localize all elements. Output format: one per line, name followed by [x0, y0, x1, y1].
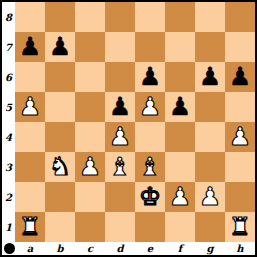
square-g2[interactable]: ♟ — [195, 182, 225, 212]
chess-board: ♟♟♟♟♟♟♟♟♟♟♟♞♟♝♝♚♟♟♜♜ — [15, 2, 255, 242]
square-h5[interactable] — [225, 92, 255, 122]
square-b1[interactable] — [45, 212, 75, 242]
piece-white-bishop: ♝ — [139, 152, 161, 182]
file-label-d: d — [105, 242, 135, 255]
square-a3[interactable] — [15, 152, 45, 182]
square-f7[interactable] — [165, 32, 195, 62]
square-d6[interactable] — [105, 62, 135, 92]
rank-labels: 87654321 — [2, 2, 15, 242]
piece-white-pawn: ♟ — [139, 92, 161, 122]
square-e1[interactable] — [135, 212, 165, 242]
file-label-g: g — [195, 242, 225, 255]
square-f4[interactable] — [165, 122, 195, 152]
square-h7[interactable] — [225, 32, 255, 62]
file-label-a: a — [15, 242, 45, 255]
square-f1[interactable] — [165, 212, 195, 242]
square-c3[interactable]: ♟ — [75, 152, 105, 182]
square-c7[interactable] — [75, 32, 105, 62]
square-e3[interactable]: ♝ — [135, 152, 165, 182]
piece-black-pawn: ♟ — [19, 32, 41, 62]
rank-label-3: 3 — [2, 152, 15, 182]
piece-black-pawn: ♟ — [109, 92, 131, 122]
square-c2[interactable] — [75, 182, 105, 212]
square-d7[interactable] — [105, 32, 135, 62]
square-d3[interactable]: ♝ — [105, 152, 135, 182]
square-d5[interactable]: ♟ — [105, 92, 135, 122]
piece-black-pawn: ♟ — [169, 92, 191, 122]
piece-white-pawn: ♟ — [199, 182, 221, 212]
square-h3[interactable] — [225, 152, 255, 182]
square-a6[interactable] — [15, 62, 45, 92]
square-b7[interactable]: ♟ — [45, 32, 75, 62]
square-f5[interactable]: ♟ — [165, 92, 195, 122]
square-c1[interactable] — [75, 212, 105, 242]
square-e8[interactable] — [135, 2, 165, 32]
square-b4[interactable] — [45, 122, 75, 152]
square-a7[interactable]: ♟ — [15, 32, 45, 62]
piece-white-bishop: ♝ — [109, 152, 131, 182]
piece-black-pawn: ♟ — [49, 32, 71, 62]
piece-white-pawn: ♟ — [109, 122, 131, 152]
square-g6[interactable]: ♟ — [195, 62, 225, 92]
square-d2[interactable] — [105, 182, 135, 212]
square-g3[interactable] — [195, 152, 225, 182]
rank-label-8: 8 — [2, 2, 15, 32]
rank-label-1: 1 — [2, 212, 15, 242]
square-a1[interactable]: ♜ — [15, 212, 45, 242]
piece-black-pawn: ♟ — [139, 62, 161, 92]
square-a5[interactable]: ♟ — [15, 92, 45, 122]
piece-white-rook: ♜ — [19, 212, 41, 242]
file-label-b: b — [45, 242, 75, 255]
piece-white-pawn: ♟ — [169, 182, 191, 212]
square-e6[interactable]: ♟ — [135, 62, 165, 92]
black-to-move-indicator — [4, 243, 15, 254]
square-c5[interactable] — [75, 92, 105, 122]
square-h8[interactable] — [225, 2, 255, 32]
piece-white-pawn: ♟ — [229, 122, 251, 152]
rank-label-6: 6 — [2, 62, 15, 92]
square-g8[interactable] — [195, 2, 225, 32]
square-g7[interactable] — [195, 32, 225, 62]
square-f3[interactable] — [165, 152, 195, 182]
chess-diagram: 87654321 ♟♟♟♟♟♟♟♟♟♟♟♞♟♝♝♚♟♟♜♜ abcdefgh — [0, 0, 257, 257]
square-b6[interactable] — [45, 62, 75, 92]
piece-black-pawn: ♟ — [229, 62, 251, 92]
square-g5[interactable] — [195, 92, 225, 122]
piece-white-king: ♚ — [139, 182, 161, 212]
rank-label-7: 7 — [2, 32, 15, 62]
piece-black-pawn: ♟ — [199, 62, 221, 92]
square-f8[interactable] — [165, 2, 195, 32]
square-a2[interactable] — [15, 182, 45, 212]
square-b8[interactable] — [45, 2, 75, 32]
square-c6[interactable] — [75, 62, 105, 92]
rank-label-2: 2 — [2, 182, 15, 212]
file-label-e: e — [135, 242, 165, 255]
square-e5[interactable]: ♟ — [135, 92, 165, 122]
square-a8[interactable] — [15, 2, 45, 32]
file-label-c: c — [75, 242, 105, 255]
piece-white-pawn: ♟ — [79, 152, 101, 182]
square-e7[interactable] — [135, 32, 165, 62]
square-b2[interactable] — [45, 182, 75, 212]
square-e4[interactable] — [135, 122, 165, 152]
square-h2[interactable] — [225, 182, 255, 212]
rank-label-5: 5 — [2, 92, 15, 122]
square-e2[interactable]: ♚ — [135, 182, 165, 212]
square-h6[interactable]: ♟ — [225, 62, 255, 92]
file-label-h: h — [225, 242, 255, 255]
square-d4[interactable]: ♟ — [105, 122, 135, 152]
file-label-f: f — [165, 242, 195, 255]
square-a4[interactable] — [15, 122, 45, 152]
square-f2[interactable]: ♟ — [165, 182, 195, 212]
square-c8[interactable] — [75, 2, 105, 32]
square-b3[interactable]: ♞ — [45, 152, 75, 182]
square-g4[interactable] — [195, 122, 225, 152]
piece-white-knight: ♞ — [49, 152, 71, 182]
piece-white-rook: ♜ — [229, 212, 251, 242]
square-g1[interactable] — [195, 212, 225, 242]
square-d8[interactable] — [105, 2, 135, 32]
square-h4[interactable]: ♟ — [225, 122, 255, 152]
square-d1[interactable] — [105, 212, 135, 242]
square-f6[interactable] — [165, 62, 195, 92]
rank-label-4: 4 — [2, 122, 15, 152]
file-labels: abcdefgh — [15, 242, 255, 255]
piece-white-pawn: ♟ — [19, 92, 41, 122]
square-c4[interactable] — [75, 122, 105, 152]
square-b5[interactable] — [45, 92, 75, 122]
square-h1[interactable]: ♜ — [225, 212, 255, 242]
